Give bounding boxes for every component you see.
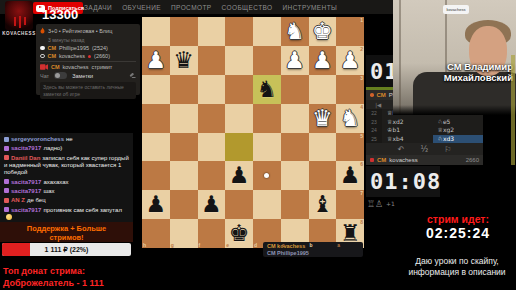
webcam-edge-glow bbox=[511, 55, 515, 165]
square-e8[interactable]: ♚e bbox=[225, 219, 253, 248]
chat-message: sacita7917шах bbox=[4, 188, 129, 195]
lessons-announcement: Даю уроки по скайпу, информация в описан… bbox=[398, 256, 516, 278]
streaming-line[interactable]: CM kovachess стримит bbox=[40, 64, 136, 70]
square-h5[interactable] bbox=[142, 133, 170, 162]
move-number: 25 bbox=[366, 135, 382, 144]
square-d2[interactable] bbox=[253, 46, 281, 75]
member-badge-icon bbox=[4, 137, 9, 142]
member-badge-icon bbox=[4, 198, 9, 203]
square-e1[interactable] bbox=[225, 17, 253, 46]
white-bar-title: CM bbox=[377, 92, 386, 98]
stream-name: kovachess bbox=[63, 64, 89, 70]
white-rating: (2524) bbox=[92, 45, 108, 51]
subscriber-count: 13300 bbox=[42, 7, 78, 22]
chat-message: sacita7917противник сам себя запутал bbox=[4, 207, 129, 222]
rank-label: 8 bbox=[360, 219, 363, 225]
chat-message: sacita7917ахахахах bbox=[4, 179, 129, 186]
moderation-gavel-icon[interactable] bbox=[129, 72, 136, 79]
square-d1[interactable] bbox=[253, 17, 281, 46]
tab-notes[interactable]: Заметки bbox=[72, 73, 93, 79]
square-g7[interactable] bbox=[170, 190, 198, 219]
streamer-live-dot bbox=[88, 55, 91, 58]
menu-item-community[interactable]: СООБЩЕСТВО bbox=[222, 4, 273, 11]
rank-label: 3 bbox=[360, 75, 363, 81]
black-title: CM bbox=[48, 53, 57, 59]
file-label: f bbox=[199, 242, 201, 248]
stream-screen: ЗАДАЧИ ОБУЧЕНИЕ ПРОСМОТР СООБЩЕСТВО ИНСТ… bbox=[0, 0, 516, 290]
black-rating: (2660) bbox=[94, 53, 110, 59]
scoreboard-row-opponent: CM Phillipe1995 bbox=[267, 250, 359, 257]
top-donor-title: Топ донат стрима: bbox=[3, 266, 85, 276]
square-e2[interactable] bbox=[225, 46, 253, 75]
square-f5[interactable] bbox=[198, 133, 226, 162]
chat-text: де бец bbox=[27, 197, 46, 203]
square-a5[interactable]: 5 bbox=[336, 133, 364, 162]
chat-username[interactable]: sergeyvoronchess bbox=[11, 136, 64, 142]
square-a4[interactable]: ♞4 bbox=[336, 104, 364, 133]
tab-chat[interactable]: Чат bbox=[40, 73, 49, 79]
square-a8[interactable]: ♜a8 bbox=[336, 219, 364, 248]
square-c2[interactable]: ♟ bbox=[281, 46, 309, 75]
black-bishop-piece[interactable]: ♝ bbox=[309, 190, 337, 219]
rank-label: 5 bbox=[360, 133, 363, 139]
white-king-piece[interactable]: ♚ bbox=[309, 17, 337, 46]
donation-progress-label: 1 111 ₽ (22%) bbox=[2, 243, 131, 256]
black-bar-name: kovachess bbox=[389, 157, 417, 163]
white-pawn-piece[interactable]: ♟ bbox=[281, 46, 309, 75]
file-label: d bbox=[254, 242, 257, 248]
move-number: 24 bbox=[366, 126, 382, 135]
white-queen-piece[interactable]: ♛ bbox=[309, 104, 337, 133]
move-black[interactable]: ♘xd3 bbox=[433, 135, 484, 144]
move-black[interactable]: ♘e5 bbox=[433, 118, 484, 127]
chat-text: не bbox=[66, 136, 73, 142]
square-c4[interactable] bbox=[281, 104, 309, 133]
draw-offer-button[interactable]: ½ bbox=[420, 145, 428, 154]
chess-board[interactable]: ♞♚1♟♛♟♟♟2♞3♛♞45♟♟6♟♟♝7hgf♚edcb♜a8 bbox=[142, 17, 364, 248]
black-clock-time: 01:08 bbox=[366, 169, 441, 194]
main-menu: ЗАДАЧИ ОБУЧЕНИЕ ПРОСМОТР СООБЩЕСТВО ИНСТ… bbox=[84, 4, 337, 11]
chat-username[interactable]: sacita7917 bbox=[11, 179, 41, 185]
menu-item-learn[interactable]: ОБУЧЕНИЕ bbox=[122, 4, 161, 11]
white-title: CM bbox=[48, 45, 57, 51]
square-d7[interactable] bbox=[253, 190, 281, 219]
go-first-button[interactable]: |◀ bbox=[375, 102, 381, 108]
streamer-display-name: СМ Владимир Михайловский bbox=[421, 62, 513, 83]
takeback-button[interactable]: ↶ bbox=[398, 145, 405, 154]
black-bar-rating: 2660 bbox=[466, 157, 479, 163]
mouse-cursor bbox=[264, 173, 269, 178]
member-badge-icon bbox=[4, 146, 9, 151]
square-f3[interactable] bbox=[198, 75, 226, 104]
square-h2[interactable]: ♟ bbox=[142, 46, 170, 75]
black-streamer-icon bbox=[370, 158, 374, 162]
stream-title: CM bbox=[51, 64, 60, 70]
square-e3[interactable] bbox=[225, 75, 253, 104]
chat-toggle[interactable] bbox=[54, 72, 67, 79]
black-clock: 01:08 bbox=[366, 166, 440, 197]
square-b6[interactable] bbox=[309, 161, 337, 190]
file-label: b bbox=[310, 242, 313, 248]
game-time-control: 3+0 • Рейтинговая • Блиц bbox=[48, 28, 112, 34]
member-badge-icon bbox=[4, 188, 9, 193]
square-f6[interactable] bbox=[198, 161, 226, 190]
menu-item-watch[interactable]: ПРОСМОТР bbox=[171, 4, 212, 11]
game-meta-panel: 3+0 • Рейтинговая • Блиц 3 минуты назад … bbox=[36, 24, 140, 95]
donation-progress-bar: 1 111 ₽ (22%) bbox=[2, 243, 131, 256]
white-status-dot bbox=[370, 93, 374, 97]
black-name: kovachess bbox=[59, 53, 85, 59]
file-label: h bbox=[143, 242, 146, 248]
rank-label: 2 bbox=[360, 46, 363, 52]
stream-timer: 02:25:24 bbox=[400, 225, 516, 241]
move-row: 25♕xb4♘xd3 bbox=[366, 135, 483, 144]
square-f4[interactable] bbox=[198, 104, 226, 133]
square-a3[interactable]: 3 bbox=[336, 75, 364, 104]
square-h8[interactable]: h bbox=[142, 219, 170, 248]
move-number: 22 bbox=[366, 109, 382, 118]
white-knight-piece[interactable]: ♞ bbox=[281, 17, 309, 46]
move-white[interactable]: ♕xb4 bbox=[382, 135, 433, 144]
square-a1[interactable]: 1 bbox=[336, 17, 364, 46]
square-d3[interactable]: ♞ bbox=[253, 75, 281, 104]
chat-message: sergeyvoronchessне bbox=[4, 136, 129, 143]
notes-input[interactable]: Здесь вы можете оставить личные заметки … bbox=[40, 82, 136, 99]
laughing-emoji bbox=[6, 214, 12, 220]
chat-message: Daniil Danзаписал себя как супер гордый … bbox=[4, 155, 129, 177]
move-number: 23 bbox=[366, 118, 382, 127]
square-g3[interactable] bbox=[170, 75, 198, 104]
stream-word: стримит bbox=[92, 64, 113, 70]
black-bar-title: CM bbox=[377, 157, 386, 163]
chat-overlay: sergeyvoronchessнеsacita7917ладно)Daniil… bbox=[0, 133, 133, 222]
white-name: Phillipe1995 bbox=[59, 45, 89, 51]
white-color-icon bbox=[40, 46, 45, 51]
square-g8[interactable]: g bbox=[170, 219, 198, 248]
channel-logo-text: KOVACHESS bbox=[0, 31, 38, 36]
square-e7[interactable] bbox=[225, 190, 253, 219]
menu-item-tools[interactable]: ИНСТРУМЕНТЫ bbox=[283, 4, 338, 11]
square-h6[interactable] bbox=[142, 161, 170, 190]
file-label: e bbox=[226, 242, 229, 248]
square-e4[interactable] bbox=[225, 104, 253, 133]
chat-text: противник сам себя запутал bbox=[43, 207, 122, 213]
camera-icon bbox=[40, 64, 48, 70]
square-g4[interactable] bbox=[170, 104, 198, 133]
chat-username[interactable]: sacita7917 bbox=[11, 145, 41, 151]
chat-message: sacita7917ладно) bbox=[4, 145, 129, 152]
rank-label: 4 bbox=[360, 104, 363, 110]
square-b4[interactable]: ♛ bbox=[309, 104, 337, 133]
move-row: 23♕xd2♘e5 bbox=[366, 118, 483, 127]
chat-text: ахахахах bbox=[43, 179, 68, 185]
square-g2[interactable]: ♛ bbox=[170, 46, 198, 75]
square-d4[interactable] bbox=[253, 104, 281, 133]
black-queen-piece[interactable]: ♛ bbox=[170, 46, 198, 75]
chat-text: шах bbox=[43, 188, 54, 194]
member-badge-icon bbox=[4, 179, 9, 184]
webcam-fade bbox=[393, 105, 516, 115]
member-badge-icon bbox=[4, 155, 9, 160]
square-g6[interactable] bbox=[170, 161, 198, 190]
material-diff: +1 bbox=[386, 200, 395, 207]
door-frame-line bbox=[399, 0, 401, 115]
square-b5[interactable] bbox=[309, 133, 337, 162]
square-c6[interactable] bbox=[281, 161, 309, 190]
square-b3[interactable] bbox=[309, 75, 337, 104]
support-banner: Поддержка + Больше стримов! bbox=[0, 222, 133, 242]
resign-flag-button[interactable]: ⚐ bbox=[444, 145, 451, 154]
file-label: c bbox=[282, 242, 285, 248]
blitz-flame-icon bbox=[40, 27, 45, 35]
black-player-bar[interactable]: CM kovachess 2660 bbox=[366, 155, 483, 165]
square-f8[interactable]: f bbox=[198, 219, 226, 248]
stream-running-label: стрим идет: bbox=[400, 213, 516, 225]
captured-pieces: ♖♙ bbox=[367, 199, 383, 209]
channel-logo-image bbox=[5, 1, 33, 30]
chat-username[interactable]: sacita7917 bbox=[11, 188, 41, 194]
square-c1[interactable]: ♞ bbox=[281, 17, 309, 46]
webcam-username-chip: kovachess bbox=[443, 5, 469, 14]
top-donor-entry: Доброжелатель - 1 111 bbox=[3, 278, 104, 288]
square-b7[interactable]: ♝ bbox=[309, 190, 337, 219]
square-d6[interactable] bbox=[253, 161, 281, 190]
white-pawn-piece[interactable]: ♟ bbox=[142, 46, 170, 75]
rank-label: 7 bbox=[360, 190, 363, 196]
square-e5[interactable] bbox=[225, 133, 253, 162]
move-white[interactable]: ♕xd2 bbox=[382, 118, 433, 127]
move-white[interactable]: ♔b1 bbox=[382, 126, 433, 135]
black-color-icon bbox=[40, 54, 45, 59]
square-h3[interactable] bbox=[142, 75, 170, 104]
black-pawn-piece[interactable]: ♟ bbox=[198, 190, 226, 219]
square-b1[interactable]: ♚ bbox=[309, 17, 337, 46]
square-f1[interactable] bbox=[198, 17, 226, 46]
chat-username[interactable]: AN Z bbox=[11, 197, 25, 203]
square-g1[interactable] bbox=[170, 17, 198, 46]
black-player-line[interactable]: CM kovachess (2660) bbox=[40, 53, 136, 59]
white-player-line[interactable]: CM Phillipe1995 (2524) bbox=[40, 45, 136, 51]
square-e6[interactable]: ♟ bbox=[225, 161, 253, 190]
file-label: a bbox=[337, 242, 340, 248]
black-pawn-piece[interactable]: ♟ bbox=[142, 190, 170, 219]
black-knight-piece[interactable]: ♞ bbox=[253, 75, 281, 104]
move-row: 24♔b1♕xg2 bbox=[366, 126, 483, 135]
square-a7[interactable]: 7 bbox=[336, 190, 364, 219]
webcam-frame: kovachess СМ Владимир Михайловский bbox=[393, 0, 516, 115]
black-pawn-piece[interactable]: ♟ bbox=[225, 161, 253, 190]
square-b2[interactable]: ♟ bbox=[309, 46, 337, 75]
chat-username[interactable]: sacita7917 bbox=[11, 207, 41, 213]
black-king-piece[interactable]: ♚ bbox=[225, 219, 253, 248]
square-h1[interactable] bbox=[142, 17, 170, 46]
chat-username[interactable]: Daniil Dan bbox=[11, 155, 40, 161]
file-label: g bbox=[171, 242, 174, 248]
square-h7[interactable]: ♟ bbox=[142, 190, 170, 219]
square-h4[interactable] bbox=[142, 104, 170, 133]
chat-text: ладно) bbox=[43, 145, 62, 151]
square-c5[interactable] bbox=[281, 133, 309, 162]
move-black[interactable]: ♕xg2 bbox=[433, 126, 484, 135]
member-badge-icon bbox=[4, 207, 9, 212]
rank-label: 6 bbox=[360, 161, 363, 167]
square-c7[interactable] bbox=[281, 190, 309, 219]
square-c3[interactable] bbox=[281, 75, 309, 104]
game-action-buttons: ↶½⚐ bbox=[366, 143, 483, 155]
square-a6[interactable]: ♟6 bbox=[336, 161, 364, 190]
square-g5[interactable] bbox=[170, 133, 198, 162]
square-a2[interactable]: ♟2 bbox=[336, 46, 364, 75]
square-f2[interactable] bbox=[198, 46, 226, 75]
square-f7[interactable]: ♟ bbox=[198, 190, 226, 219]
game-started-ago: 3 минуты назад bbox=[48, 37, 136, 43]
rank-label: 1 bbox=[360, 17, 363, 23]
white-pawn-piece[interactable]: ♟ bbox=[309, 46, 337, 75]
captured-pieces-tray: ♖♙ +1 bbox=[367, 199, 395, 209]
divider bbox=[40, 61, 136, 62]
square-d5[interactable] bbox=[253, 133, 281, 162]
chat-message: AN Zде бец bbox=[4, 197, 129, 204]
menu-item-puzzles[interactable]: ЗАДАЧИ bbox=[84, 4, 112, 11]
